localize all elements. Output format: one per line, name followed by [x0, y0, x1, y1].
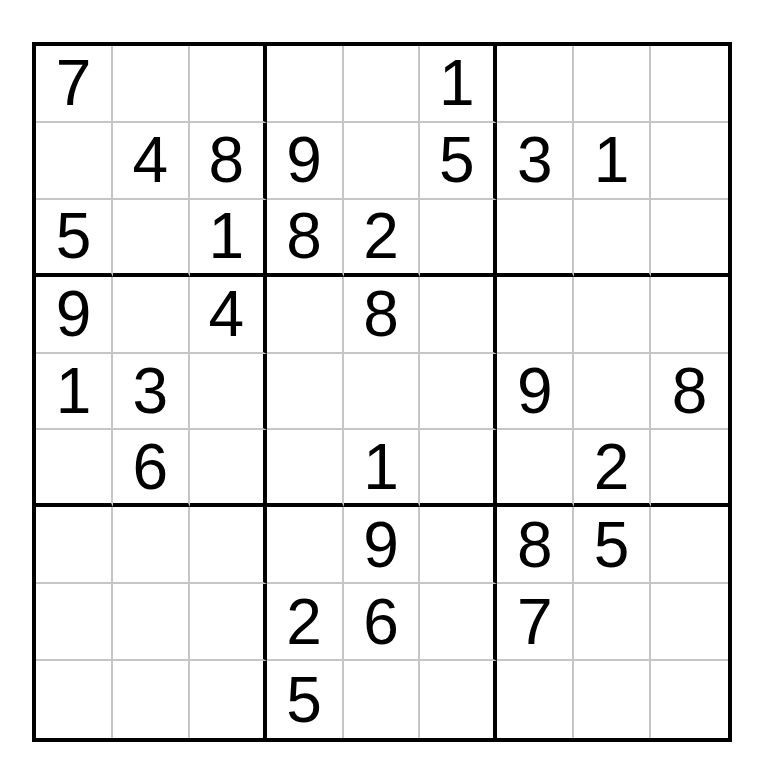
cell-r9c6[interactable] [420, 661, 497, 738]
cell-r8c6[interactable] [420, 584, 497, 661]
cell-r1c7[interactable] [497, 46, 574, 123]
cell-r5c3[interactable] [190, 354, 267, 431]
cell-r8c7[interactable]: 7 [497, 584, 574, 661]
cell-r4c3[interactable]: 4 [190, 277, 267, 354]
cell-r6c5[interactable]: 1 [344, 430, 421, 507]
cell-r6c8[interactable]: 2 [574, 430, 651, 507]
cell-r7c5[interactable]: 9 [344, 507, 421, 584]
cell-r4c2[interactable] [113, 277, 190, 354]
cell-r2c5[interactable] [344, 123, 421, 200]
cell-r5c1[interactable]: 1 [36, 354, 113, 431]
cell-r7c8[interactable]: 5 [574, 507, 651, 584]
cell-r4c8[interactable] [574, 277, 651, 354]
cell-r9c8[interactable] [574, 661, 651, 738]
cell-r9c7[interactable] [497, 661, 574, 738]
cell-r2c4[interactable]: 9 [267, 123, 344, 200]
cell-r7c3[interactable] [190, 507, 267, 584]
sudoku-board: 71489531518294813986129852675 [32, 42, 732, 742]
cell-r4c1[interactable]: 9 [36, 277, 113, 354]
cell-r2c2[interactable]: 4 [113, 123, 190, 200]
cell-r8c3[interactable] [190, 584, 267, 661]
cell-r2c8[interactable]: 1 [574, 123, 651, 200]
cell-r9c5[interactable] [344, 661, 421, 738]
cell-r6c3[interactable] [190, 430, 267, 507]
cell-r3c6[interactable] [420, 200, 497, 277]
cell-r5c9[interactable]: 8 [651, 354, 728, 431]
cell-r3c3[interactable]: 1 [190, 200, 267, 277]
cell-r6c7[interactable] [497, 430, 574, 507]
cell-r1c4[interactable] [267, 46, 344, 123]
cell-r7c7[interactable]: 8 [497, 507, 574, 584]
cell-r3c1[interactable]: 5 [36, 200, 113, 277]
cell-r1c8[interactable] [574, 46, 651, 123]
cell-r9c4[interactable]: 5 [267, 661, 344, 738]
cell-r1c5[interactable] [344, 46, 421, 123]
cell-r9c3[interactable] [190, 661, 267, 738]
cell-r5c8[interactable] [574, 354, 651, 431]
cell-r5c4[interactable] [267, 354, 344, 431]
cell-r9c2[interactable] [113, 661, 190, 738]
cell-r6c4[interactable] [267, 430, 344, 507]
cell-r5c2[interactable]: 3 [113, 354, 190, 431]
cell-r3c8[interactable] [574, 200, 651, 277]
cell-r2c7[interactable]: 3 [497, 123, 574, 200]
cell-r2c9[interactable] [651, 123, 728, 200]
cell-r9c9[interactable] [651, 661, 728, 738]
cell-r1c9[interactable] [651, 46, 728, 123]
cell-r7c4[interactable] [267, 507, 344, 584]
cell-r6c6[interactable] [420, 430, 497, 507]
cell-r3c5[interactable]: 2 [344, 200, 421, 277]
cell-r1c3[interactable] [190, 46, 267, 123]
cell-r4c5[interactable]: 8 [344, 277, 421, 354]
cell-r8c4[interactable]: 2 [267, 584, 344, 661]
cell-r4c6[interactable] [420, 277, 497, 354]
cell-r9c1[interactable] [36, 661, 113, 738]
cell-r3c2[interactable] [113, 200, 190, 277]
cell-r8c2[interactable] [113, 584, 190, 661]
cell-r6c2[interactable]: 6 [113, 430, 190, 507]
cell-r2c3[interactable]: 8 [190, 123, 267, 200]
cell-r4c9[interactable] [651, 277, 728, 354]
cell-r3c9[interactable] [651, 200, 728, 277]
cell-r6c9[interactable] [651, 430, 728, 507]
cell-r3c4[interactable]: 8 [267, 200, 344, 277]
cell-r1c1[interactable]: 7 [36, 46, 113, 123]
cell-r7c2[interactable] [113, 507, 190, 584]
cell-r7c1[interactable] [36, 507, 113, 584]
cell-r1c6[interactable]: 1 [420, 46, 497, 123]
cell-r2c1[interactable] [36, 123, 113, 200]
cell-r8c5[interactable]: 6 [344, 584, 421, 661]
cell-r3c7[interactable] [497, 200, 574, 277]
cell-r5c7[interactable]: 9 [497, 354, 574, 431]
cell-r5c5[interactable] [344, 354, 421, 431]
cell-r8c1[interactable] [36, 584, 113, 661]
cell-r2c6[interactable]: 5 [420, 123, 497, 200]
cell-r4c7[interactable] [497, 277, 574, 354]
cell-r1c2[interactable] [113, 46, 190, 123]
cell-r8c8[interactable] [574, 584, 651, 661]
cell-r7c6[interactable] [420, 507, 497, 584]
cell-r8c9[interactable] [651, 584, 728, 661]
cell-r6c1[interactable] [36, 430, 113, 507]
cell-r5c6[interactable] [420, 354, 497, 431]
cell-r4c4[interactable] [267, 277, 344, 354]
cell-r7c9[interactable] [651, 507, 728, 584]
